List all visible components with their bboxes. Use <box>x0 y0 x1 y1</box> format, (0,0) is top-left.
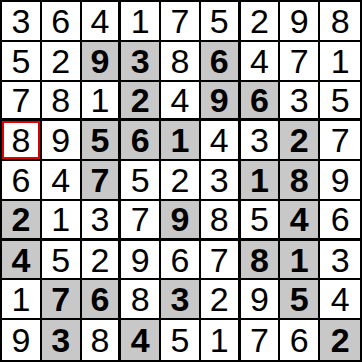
sudoku-cell-r3c5[interactable]: 4 <box>161 82 201 122</box>
sudoku-cell-r1c2[interactable]: 6 <box>42 2 82 42</box>
sudoku-cell-r8c1[interactable]: 1 <box>2 280 42 320</box>
sudoku-cell-r5c2[interactable]: 4 <box>42 161 82 201</box>
sudoku-cell-r2c3[interactable]: 9 <box>82 42 122 82</box>
sudoku-cell-r7c7[interactable]: 8 <box>241 241 281 281</box>
sudoku-cell-r9c6[interactable]: 1 <box>201 320 241 360</box>
sudoku-cell-r3c6[interactable]: 9 <box>201 82 241 122</box>
sudoku-cell-r8c5[interactable]: 3 <box>161 280 201 320</box>
sudoku-cell-r5c9[interactable]: 9 <box>320 161 360 201</box>
sudoku-cell-r2c5[interactable]: 8 <box>161 42 201 82</box>
sudoku-cell-r9c7[interactable]: 7 <box>241 320 281 360</box>
sudoku-cell-r4c2[interactable]: 9 <box>42 121 82 161</box>
sudoku-cell-r4c1[interactable]: 8 <box>2 121 42 161</box>
sudoku-cell-r4c4[interactable]: 6 <box>121 121 161 161</box>
sudoku-cell-r4c8[interactable]: 2 <box>280 121 320 161</box>
sudoku-cell-r8c6[interactable]: 2 <box>201 280 241 320</box>
sudoku-cell-r1c3[interactable]: 4 <box>82 2 122 42</box>
sudoku-cell-r1c8[interactable]: 9 <box>280 2 320 42</box>
sudoku-cell-r8c8[interactable]: 5 <box>280 280 320 320</box>
sudoku-cell-r9c5[interactable]: 5 <box>161 320 201 360</box>
sudoku-cell-r7c5[interactable]: 6 <box>161 241 201 281</box>
sudoku-cell-r4c7[interactable]: 3 <box>241 121 281 161</box>
sudoku-cell-r2c7[interactable]: 4 <box>241 42 281 82</box>
sudoku-cell-r8c2[interactable]: 7 <box>42 280 82 320</box>
sudoku-cell-r1c9[interactable]: 8 <box>320 2 360 42</box>
sudoku-cell-r7c6[interactable]: 7 <box>201 241 241 281</box>
sudoku-cell-r1c1[interactable]: 3 <box>2 2 42 42</box>
sudoku-cell-r3c7[interactable]: 6 <box>241 82 281 122</box>
sudoku-cell-r2c9[interactable]: 1 <box>320 42 360 82</box>
sudoku-cell-r9c2[interactable]: 3 <box>42 320 82 360</box>
sudoku-cell-r1c6[interactable]: 5 <box>201 2 241 42</box>
sudoku-cell-r8c7[interactable]: 9 <box>241 280 281 320</box>
sudoku-cell-r7c9[interactable]: 3 <box>320 241 360 281</box>
sudoku-cell-r5c1[interactable]: 6 <box>2 161 42 201</box>
sudoku-cell-r5c8[interactable]: 8 <box>280 161 320 201</box>
sudoku-cell-r3c4[interactable]: 2 <box>121 82 161 122</box>
sudoku-cell-r4c6[interactable]: 4 <box>201 121 241 161</box>
sudoku-cell-r7c1[interactable]: 4 <box>2 241 42 281</box>
sudoku-cell-r2c8[interactable]: 7 <box>280 42 320 82</box>
sudoku-cell-r6c3[interactable]: 3 <box>82 201 122 241</box>
sudoku-cell-r8c9[interactable]: 4 <box>320 280 360 320</box>
sudoku-cell-r7c2[interactable]: 5 <box>42 241 82 281</box>
sudoku-cell-r9c4[interactable]: 4 <box>121 320 161 360</box>
sudoku-cell-r3c1[interactable]: 7 <box>2 82 42 122</box>
sudoku-cell-r6c7[interactable]: 5 <box>241 201 281 241</box>
sudoku-cell-r8c4[interactable]: 8 <box>121 280 161 320</box>
sudoku-cell-r5c4[interactable]: 5 <box>121 161 161 201</box>
sudoku-cell-r2c1[interactable]: 5 <box>2 42 42 82</box>
sudoku-cell-r9c1[interactable]: 9 <box>2 320 42 360</box>
sudoku-cell-r4c9[interactable]: 7 <box>320 121 360 161</box>
sudoku-cell-r6c1[interactable]: 2 <box>2 201 42 241</box>
sudoku-cell-r6c6[interactable]: 8 <box>201 201 241 241</box>
sudoku-cell-r6c2[interactable]: 1 <box>42 201 82 241</box>
sudoku-cell-r3c8[interactable]: 3 <box>280 82 320 122</box>
sudoku-board: 3641752985293864717812496358956143276475… <box>0 0 362 362</box>
sudoku-cell-r3c3[interactable]: 1 <box>82 82 122 122</box>
sudoku-cell-r5c6[interactable]: 3 <box>201 161 241 201</box>
sudoku-cell-r1c7[interactable]: 2 <box>241 2 281 42</box>
sudoku-cell-r9c3[interactable]: 8 <box>82 320 122 360</box>
sudoku-cell-r7c3[interactable]: 2 <box>82 241 122 281</box>
sudoku-cell-r3c2[interactable]: 8 <box>42 82 82 122</box>
sudoku-cell-r1c5[interactable]: 7 <box>161 2 201 42</box>
sudoku-cell-r6c9[interactable]: 6 <box>320 201 360 241</box>
sudoku-cell-r1c4[interactable]: 1 <box>121 2 161 42</box>
sudoku-cell-r2c6[interactable]: 6 <box>201 42 241 82</box>
sudoku-cell-r3c9[interactable]: 5 <box>320 82 360 122</box>
sudoku-cell-r6c8[interactable]: 4 <box>280 201 320 241</box>
sudoku-cell-r5c5[interactable]: 2 <box>161 161 201 201</box>
sudoku-cell-r4c5[interactable]: 1 <box>161 121 201 161</box>
sudoku-cell-r6c5[interactable]: 9 <box>161 201 201 241</box>
sudoku-cell-r6c4[interactable]: 7 <box>121 201 161 241</box>
sudoku-cell-r5c7[interactable]: 1 <box>241 161 281 201</box>
sudoku-cell-r8c3[interactable]: 6 <box>82 280 122 320</box>
sudoku-cell-r2c4[interactable]: 3 <box>121 42 161 82</box>
sudoku-cell-r7c4[interactable]: 9 <box>121 241 161 281</box>
sudoku-cell-r7c8[interactable]: 1 <box>280 241 320 281</box>
sudoku-cell-r4c3[interactable]: 5 <box>82 121 122 161</box>
sudoku-cell-r2c2[interactable]: 2 <box>42 42 82 82</box>
sudoku-cell-r5c3[interactable]: 7 <box>82 161 122 201</box>
sudoku-cell-r9c8[interactable]: 6 <box>280 320 320 360</box>
sudoku-cell-r9c9[interactable]: 2 <box>320 320 360 360</box>
